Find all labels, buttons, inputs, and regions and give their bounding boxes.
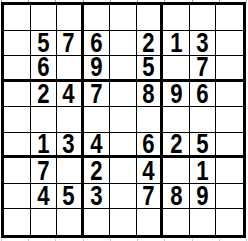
cell-r1c6[interactable] <box>137 5 164 31</box>
cell-r4c7[interactable]: 9 <box>163 82 190 108</box>
cell-r3c8[interactable]: 7 <box>190 56 217 82</box>
digit: 6 <box>90 31 102 57</box>
cell-r5c6[interactable] <box>137 107 164 133</box>
digit: 9 <box>170 82 182 108</box>
cell-r4c3[interactable]: 4 <box>57 82 84 108</box>
digit: 4 <box>90 133 102 158</box>
cell-r5c4[interactable] <box>84 107 111 133</box>
digit: 5 <box>37 31 49 57</box>
cell-r8c7[interactable]: 8 <box>163 184 190 210</box>
cell-r5c9[interactable] <box>216 107 243 133</box>
digit: 1 <box>170 31 182 57</box>
cell-r9c4[interactable] <box>84 209 111 235</box>
sudoku-screenshot: 57621369572478961346257241453789 <box>0 0 248 241</box>
spreadsheet-gridline-tick <box>246 0 247 2</box>
cell-r8c5[interactable] <box>110 184 137 210</box>
spreadsheet-gridline-tick <box>137 0 138 2</box>
cell-r4c1[interactable] <box>4 82 31 108</box>
digit: 2 <box>90 158 102 184</box>
cell-r1c7[interactable] <box>163 5 190 31</box>
cell-r7c3[interactable] <box>57 158 84 184</box>
cell-r3c1[interactable] <box>4 56 31 82</box>
cell-r1c5[interactable] <box>110 5 137 31</box>
cell-r4c8[interactable]: 6 <box>190 82 217 108</box>
cell-r9c5[interactable] <box>110 209 137 235</box>
digit: 1 <box>37 133 49 158</box>
cell-r8c9[interactable] <box>216 184 243 210</box>
cell-r6c7[interactable]: 2 <box>163 133 190 159</box>
cell-r6c4[interactable]: 4 <box>84 133 111 159</box>
digit: 1 <box>196 158 208 184</box>
cell-r2c8[interactable]: 3 <box>190 31 217 57</box>
digit: 8 <box>170 184 182 210</box>
cell-r2c9[interactable] <box>216 31 243 57</box>
cell-r8c3[interactable]: 5 <box>57 184 84 210</box>
cell-r7c9[interactable] <box>216 158 243 184</box>
cell-r9c7[interactable] <box>163 209 190 235</box>
digit: 7 <box>63 31 75 57</box>
cell-r4c9[interactable] <box>216 82 243 108</box>
cell-r3c2[interactable]: 6 <box>31 56 58 82</box>
cell-r8c6[interactable]: 7 <box>137 184 164 210</box>
cell-r1c1[interactable] <box>4 5 31 31</box>
cell-r6c6[interactable]: 6 <box>137 133 164 159</box>
cell-r7c1[interactable] <box>4 158 31 184</box>
cell-r5c1[interactable] <box>4 107 31 133</box>
cell-r9c6[interactable] <box>137 209 164 235</box>
digit: 7 <box>142 184 154 210</box>
spreadsheet-gridline-tick <box>110 0 111 2</box>
cell-r7c2[interactable]: 7 <box>31 158 58 184</box>
cell-r5c8[interactable] <box>190 107 217 133</box>
cell-r9c9[interactable] <box>216 209 243 235</box>
cell-r4c6[interactable]: 8 <box>137 82 164 108</box>
cell-r2c7[interactable]: 1 <box>163 31 190 57</box>
digit: 7 <box>196 56 208 81</box>
cell-r9c1[interactable] <box>4 209 31 235</box>
cell-r2c4[interactable]: 6 <box>84 31 111 57</box>
cell-r1c9[interactable] <box>216 5 243 31</box>
cell-r7c4[interactable]: 2 <box>84 158 111 184</box>
cell-r6c1[interactable] <box>4 133 31 159</box>
cell-r4c2[interactable]: 2 <box>31 82 58 108</box>
cell-r8c2[interactable]: 4 <box>31 184 58 210</box>
spreadsheet-gridline-tick <box>55 0 56 2</box>
cell-r6c9[interactable] <box>216 133 243 159</box>
cell-r4c4[interactable]: 7 <box>84 82 111 108</box>
cell-r6c5[interactable] <box>110 133 137 159</box>
digit: 6 <box>37 56 49 81</box>
digit: 2 <box>37 82 49 108</box>
cell-r1c8[interactable] <box>190 5 217 31</box>
spreadsheet-gridline-tick <box>83 0 84 2</box>
digit: 2 <box>170 133 182 158</box>
cell-r6c2[interactable]: 1 <box>31 133 58 159</box>
cell-r3c4[interactable]: 9 <box>84 56 111 82</box>
spreadsheet-gridline-tick <box>28 0 29 2</box>
cell-r6c8[interactable]: 5 <box>190 133 217 159</box>
cell-r3c9[interactable] <box>216 56 243 82</box>
cell-r1c3[interactable] <box>57 5 84 31</box>
digit: 4 <box>63 82 75 108</box>
digit: 5 <box>142 56 154 81</box>
cell-r8c4[interactable]: 3 <box>84 184 111 210</box>
cell-r3c6[interactable]: 5 <box>137 56 164 82</box>
cell-r9c8[interactable] <box>190 209 217 235</box>
cell-r9c2[interactable] <box>31 209 58 235</box>
cell-r2c1[interactable] <box>4 31 31 57</box>
cell-r2c2[interactable]: 5 <box>31 31 58 57</box>
digit: 4 <box>142 158 154 184</box>
cell-r8c8[interactable]: 9 <box>190 184 217 210</box>
cell-r7c6[interactable]: 4 <box>137 158 164 184</box>
cell-r7c7[interactable] <box>163 158 190 184</box>
digit: 7 <box>37 158 49 184</box>
cell-r5c7[interactable] <box>163 107 190 133</box>
cell-r5c2[interactable] <box>31 107 58 133</box>
cell-r4c5[interactable] <box>110 82 137 108</box>
cell-r2c5[interactable] <box>110 31 137 57</box>
digit: 6 <box>196 82 208 108</box>
spreadsheet-gridline-tick <box>1 0 2 2</box>
spreadsheet-gridline-tick <box>164 0 165 2</box>
cell-r1c4[interactable] <box>84 5 111 31</box>
spreadsheet-gridline-tick <box>219 0 220 2</box>
cell-r9c3[interactable] <box>57 209 84 235</box>
cell-r7c8[interactable]: 1 <box>190 158 217 184</box>
digit: 2 <box>142 31 154 57</box>
spreadsheet-gridline-tick <box>192 0 193 2</box>
cell-r1c2[interactable] <box>31 5 58 31</box>
cell-r2c6[interactable]: 2 <box>137 31 164 57</box>
digit: 9 <box>90 56 102 81</box>
cell-r8c1[interactable] <box>4 184 31 210</box>
digit: 3 <box>63 133 75 158</box>
cell-r5c3[interactable] <box>57 107 84 133</box>
cell-r7c5[interactable] <box>110 158 137 184</box>
cell-r5c5[interactable] <box>110 107 137 133</box>
sudoku-board: 57621369572478961346257241453789 <box>1 2 246 238</box>
digit: 4 <box>37 184 49 210</box>
cell-r3c5[interactable] <box>110 56 137 82</box>
digit: 3 <box>90 184 102 210</box>
digit: 3 <box>196 31 208 57</box>
cell-r3c7[interactable] <box>163 56 190 82</box>
cell-r6c3[interactable]: 3 <box>57 133 84 159</box>
digit: 7 <box>90 82 102 108</box>
digit: 8 <box>142 82 154 108</box>
digit: 6 <box>142 133 154 158</box>
digit: 9 <box>196 184 208 210</box>
cell-r3c3[interactable] <box>57 56 84 82</box>
digit: 5 <box>196 133 208 158</box>
digit: 5 <box>63 184 75 210</box>
cell-r2c3[interactable]: 7 <box>57 31 84 57</box>
